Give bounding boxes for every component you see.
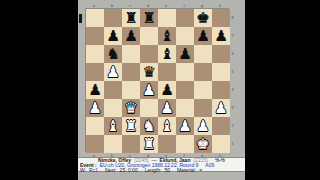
- status-value: 50: [164, 168, 170, 173]
- status-line: W:Rc1Next:25. 0:00Length:50Material:=: [80, 168, 243, 173]
- file-label: a: [87, 3, 101, 6]
- white-pawn: ♟: [104, 63, 122, 81]
- square-f1[interactable]: [176, 135, 194, 153]
- game-result: ½-½: [215, 158, 225, 163]
- square-h5[interactable]: [212, 63, 230, 81]
- square-a7[interactable]: [86, 27, 104, 45]
- square-a5[interactable]: [86, 63, 104, 81]
- cursor-marker-icon: [79, 14, 82, 23]
- square-c5[interactable]: [122, 63, 140, 81]
- rank-label: 4: [231, 82, 236, 96]
- square-c7[interactable]: ♟: [122, 27, 140, 45]
- square-a3[interactable]: ♟: [86, 99, 104, 117]
- left-letterbox: [0, 0, 78, 180]
- square-e8[interactable]: [158, 9, 176, 27]
- square-h6[interactable]: [212, 45, 230, 63]
- file-label: e: [159, 3, 173, 6]
- square-d7[interactable]: [140, 27, 158, 45]
- square-g3[interactable]: [194, 99, 212, 117]
- square-b3[interactable]: [104, 99, 122, 117]
- square-g5[interactable]: [194, 63, 212, 81]
- square-g4[interactable]: [194, 81, 212, 99]
- square-h4[interactable]: [212, 81, 230, 99]
- chess-app-panel: a b c d e f g h ♜♜♚♟♟♝♟♟♞♝♟♟♛♟♟♟♟♛♟♟♝♜♞♝…: [78, 0, 245, 180]
- black-pawn: ♟: [158, 81, 176, 99]
- square-c2[interactable]: ♜: [122, 117, 140, 135]
- square-e2[interactable]: ♝: [158, 117, 176, 135]
- white-pawn: ♟: [140, 81, 158, 99]
- square-c1[interactable]: [122, 135, 140, 153]
- square-c6[interactable]: [122, 45, 140, 63]
- file-label: f: [177, 3, 191, 6]
- square-d1[interactable]: ♜: [140, 135, 158, 153]
- square-f2[interactable]: ♟: [176, 117, 194, 135]
- black-bishop: ♝: [158, 27, 176, 45]
- rank-label: 5: [231, 64, 236, 78]
- square-e4[interactable]: ♟: [158, 81, 176, 99]
- square-g8[interactable]: ♚: [194, 9, 212, 27]
- white-bishop: ♝: [104, 117, 122, 135]
- square-d3[interactable]: [140, 99, 158, 117]
- white-pawn: ♟: [212, 99, 230, 117]
- black-pawn: ♟: [176, 45, 194, 63]
- status-label: Length:: [145, 168, 162, 173]
- black-queen: ♛: [140, 63, 158, 81]
- white-queen: ♛: [122, 99, 140, 117]
- square-f5[interactable]: [176, 63, 194, 81]
- white-rook: ♜: [140, 135, 158, 153]
- square-f8[interactable]: [176, 9, 194, 27]
- white-king: ♚: [194, 135, 212, 153]
- file-label: h: [213, 3, 227, 6]
- white-knight: ♞: [140, 117, 158, 135]
- black-pawn: ♟: [86, 81, 104, 99]
- black-pawn: ♟: [122, 27, 140, 45]
- square-h8[interactable]: [212, 9, 230, 27]
- square-b7[interactable]: ♟: [104, 27, 122, 45]
- status-value: 25. 0:00: [120, 168, 138, 173]
- square-c8[interactable]: ♜: [122, 9, 140, 27]
- square-b6[interactable]: ♞: [104, 45, 122, 63]
- square-f4[interactable]: [176, 81, 194, 99]
- square-h7[interactable]: ♟: [212, 27, 230, 45]
- square-e7[interactable]: ♝: [158, 27, 176, 45]
- square-b8[interactable]: [104, 9, 122, 27]
- square-b4[interactable]: [104, 81, 122, 99]
- file-label: d: [141, 3, 155, 6]
- rank-label: 7: [231, 28, 236, 42]
- status-move[interactable]: Rc1: [89, 168, 98, 173]
- rank-label: 8: [231, 10, 236, 24]
- square-d6[interactable]: [140, 45, 158, 63]
- square-d8[interactable]: ♜: [140, 9, 158, 27]
- rank-labels-right: 8 7 6 5 4 3 2 1: [230, 8, 236, 152]
- file-label: b: [105, 3, 119, 6]
- square-f6[interactable]: ♟: [176, 45, 194, 63]
- square-e1[interactable]: [158, 135, 176, 153]
- white-bishop: ♝: [158, 117, 176, 135]
- black-pawn: ♟: [212, 27, 230, 45]
- chess-board[interactable]: ♜♜♚♟♟♝♟♟♞♝♟♟♛♟♟♟♟♛♟♟♝♜♞♝♟♟♜♚: [85, 8, 229, 152]
- white-pawn: ♟: [158, 99, 176, 117]
- white-pawn: ♟: [176, 117, 194, 135]
- square-h1[interactable]: [212, 135, 230, 153]
- rank-label: 3: [231, 100, 236, 114]
- square-b2[interactable]: ♝: [104, 117, 122, 135]
- status-label: Material:: [177, 168, 196, 173]
- square-a4[interactable]: ♟: [86, 81, 104, 99]
- status-label: W:: [80, 168, 86, 173]
- square-a1[interactable]: [86, 135, 104, 153]
- file-label: g: [195, 3, 209, 6]
- rank-label: 1: [231, 136, 236, 150]
- file-label: c: [123, 3, 137, 6]
- square-d2[interactable]: ♞: [140, 117, 158, 135]
- square-h3[interactable]: ♟: [212, 99, 230, 117]
- rank-label: 6: [231, 46, 236, 60]
- square-c4[interactable]: [122, 81, 140, 99]
- file-labels-top: a b c d e f g h: [85, 3, 229, 7]
- square-b1[interactable]: [104, 135, 122, 153]
- square-g6[interactable]: [194, 45, 212, 63]
- black-pawn: ♟: [194, 27, 212, 45]
- game-info-caption: Nimzke, Offey(2245)—Eklund, Jaan(2215)½-…: [78, 157, 245, 172]
- right-letterbox: [245, 0, 320, 180]
- black-rook: ♜: [122, 9, 140, 27]
- square-g1[interactable]: ♚: [194, 135, 212, 153]
- square-b5[interactable]: ♟: [104, 63, 122, 81]
- square-c3[interactable]: ♛: [122, 99, 140, 117]
- white-pawn: ♟: [86, 99, 104, 117]
- square-f7[interactable]: [176, 27, 194, 45]
- square-h2[interactable]: [212, 117, 230, 135]
- square-e6[interactable]: ♝: [158, 45, 176, 63]
- square-a6[interactable]: [86, 45, 104, 63]
- square-a2[interactable]: [86, 117, 104, 135]
- black-bishop: ♝: [158, 45, 176, 63]
- black-pawn: ♟: [104, 27, 122, 45]
- square-g2[interactable]: ♟: [194, 117, 212, 135]
- square-g7[interactable]: ♟: [194, 27, 212, 45]
- square-d5[interactable]: ♛: [140, 63, 158, 81]
- square-f3[interactable]: [176, 99, 194, 117]
- black-knight: ♞: [104, 45, 122, 63]
- status-value: =: [199, 168, 202, 173]
- square-a8[interactable]: [86, 9, 104, 27]
- white-pawn: ♟: [194, 117, 212, 135]
- white-rook: ♜: [122, 117, 140, 135]
- rank-label: 2: [231, 118, 236, 132]
- square-e5[interactable]: [158, 63, 176, 81]
- eco-code[interactable]: A09: [205, 163, 214, 168]
- status-label: Next:: [105, 168, 117, 173]
- black-king: ♚: [194, 9, 212, 27]
- square-e3[interactable]: ♟: [158, 99, 176, 117]
- black-rook: ♜: [140, 9, 158, 27]
- square-d4[interactable]: ♟: [140, 81, 158, 99]
